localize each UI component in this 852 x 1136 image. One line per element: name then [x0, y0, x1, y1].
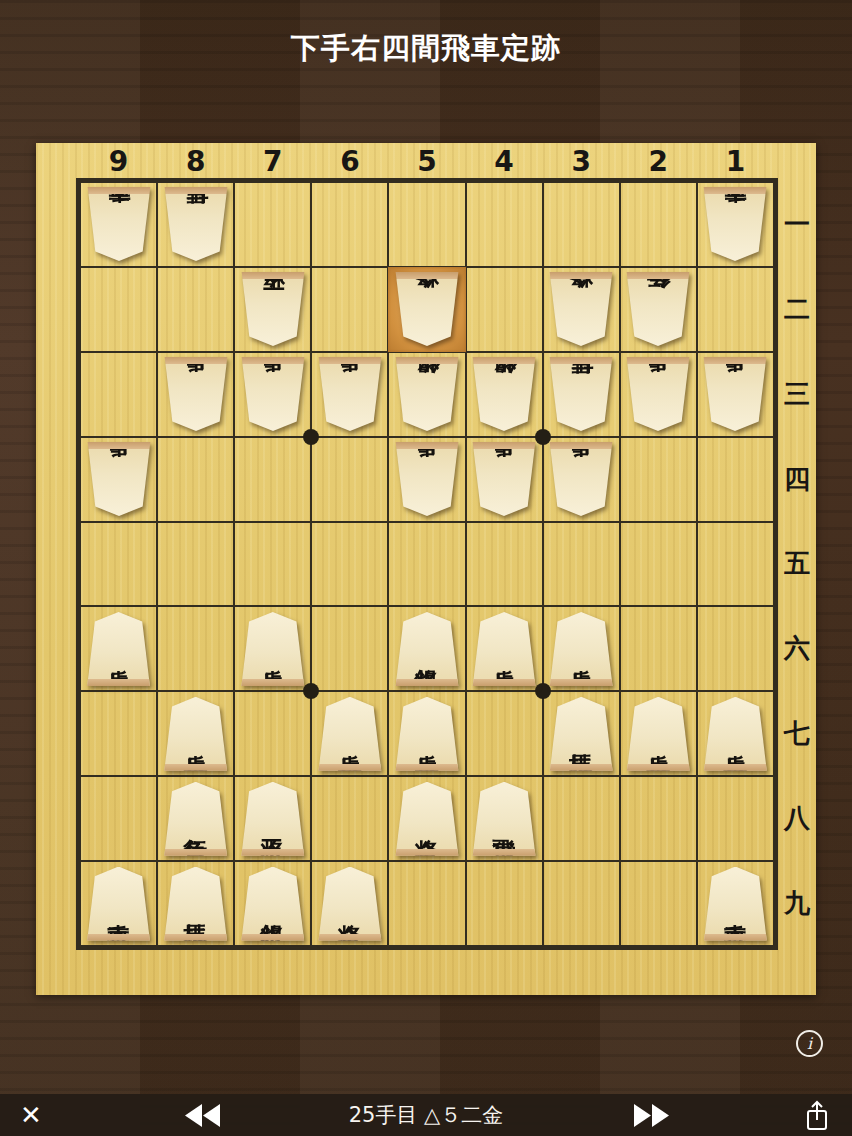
board-square: [80, 606, 157, 691]
rank-label: 六: [780, 606, 814, 691]
file-label: 9: [80, 146, 157, 178]
rank-label: 三: [780, 352, 814, 437]
board-square: [388, 691, 465, 776]
file-label: 6: [311, 146, 388, 178]
board-square: [157, 352, 234, 437]
board-square: [157, 437, 234, 522]
board-square: [466, 437, 543, 522]
board-square: [80, 522, 157, 607]
board-square: [388, 267, 465, 352]
board-square: [234, 776, 311, 861]
board-square: [466, 522, 543, 607]
board-square: [543, 861, 620, 946]
board-square: [620, 522, 697, 607]
board-square: [311, 352, 388, 437]
board-square: [234, 606, 311, 691]
board-square: [234, 267, 311, 352]
rank-label: 七: [780, 691, 814, 776]
board-square: [80, 267, 157, 352]
board-square: [157, 182, 234, 267]
board-square: [80, 776, 157, 861]
board-square: [388, 352, 465, 437]
board-square: [697, 437, 774, 522]
board-square: [620, 437, 697, 522]
file-label: 4: [466, 146, 543, 178]
board-square: [543, 606, 620, 691]
fast-forward-icon: [634, 1104, 651, 1127]
board-square: [234, 437, 311, 522]
board-square: [80, 352, 157, 437]
board-square: [697, 861, 774, 946]
info-button[interactable]: i: [796, 1030, 823, 1057]
move-status: 25手目 △５二金: [0, 1094, 852, 1136]
board-square: [543, 352, 620, 437]
board-square: [620, 267, 697, 352]
info-icon: i: [807, 1036, 812, 1052]
file-label: 8: [157, 146, 234, 178]
board-square: [388, 606, 465, 691]
rank-label: 二: [780, 267, 814, 352]
board-square: [697, 522, 774, 607]
file-labels: 987654321: [80, 146, 774, 178]
board-square: [543, 182, 620, 267]
board-square: [388, 182, 465, 267]
board-square: [697, 182, 774, 267]
shogi-board: 987654321 一二三四五六七八九 香車桂馬香車王将金将金将角行歩兵歩兵歩兵…: [36, 143, 816, 995]
board-square: [80, 182, 157, 267]
board-square: [234, 352, 311, 437]
board-square: [620, 861, 697, 946]
board-square: [157, 861, 234, 946]
file-label: 5: [388, 146, 465, 178]
board-square: [466, 691, 543, 776]
board-square: [697, 691, 774, 776]
rank-labels: 一二三四五六七八九: [780, 182, 814, 946]
board-square: [697, 776, 774, 861]
board-square: [543, 522, 620, 607]
board-square: [466, 267, 543, 352]
board-square: [388, 861, 465, 946]
file-label: 7: [234, 146, 311, 178]
board-square: [234, 182, 311, 267]
board-square: [80, 691, 157, 776]
board-square: [388, 437, 465, 522]
board-square: [388, 776, 465, 861]
board-square: [311, 861, 388, 946]
board-square: [543, 267, 620, 352]
board-square: [620, 691, 697, 776]
board-square: [80, 861, 157, 946]
board-square: [697, 352, 774, 437]
board-square: [466, 182, 543, 267]
page-title: 下手右四間飛車定跡: [0, 30, 852, 66]
board-square: [234, 522, 311, 607]
board-square: [466, 776, 543, 861]
board-square: [620, 352, 697, 437]
rank-label: 五: [780, 522, 814, 607]
board-grid: [76, 178, 778, 950]
bottom-toolbar: ✕ 25手目 △５二金: [0, 1094, 852, 1136]
board-square: [157, 606, 234, 691]
board-square: [620, 776, 697, 861]
rank-label: 八: [780, 776, 814, 861]
rank-label: 一: [780, 182, 814, 267]
rank-label: 九: [780, 861, 814, 946]
board-square: [697, 606, 774, 691]
board-square: [466, 352, 543, 437]
board-square: [234, 861, 311, 946]
board-square: [620, 182, 697, 267]
share-button[interactable]: [804, 1099, 830, 1132]
board-square: [311, 691, 388, 776]
board-square: [311, 776, 388, 861]
rank-label: 四: [780, 437, 814, 522]
file-label: 1: [697, 146, 774, 178]
board-square: [543, 776, 620, 861]
board-square: [80, 437, 157, 522]
board-square: [311, 267, 388, 352]
board-square: [466, 861, 543, 946]
board-square: [311, 437, 388, 522]
board-square: [543, 691, 620, 776]
board-square: [466, 606, 543, 691]
board-square: [157, 267, 234, 352]
board-square: [620, 606, 697, 691]
board-square: [311, 522, 388, 607]
board-square: [234, 691, 311, 776]
board-square: [697, 267, 774, 352]
board-square: [311, 606, 388, 691]
board-square: [543, 437, 620, 522]
board-square: [157, 691, 234, 776]
share-icon: [808, 1102, 826, 1129]
board-square: [388, 522, 465, 607]
board-square: [311, 182, 388, 267]
board-square: [157, 776, 234, 861]
file-label: 3: [543, 146, 620, 178]
board-square: [157, 522, 234, 607]
file-label: 2: [620, 146, 697, 178]
fast-forward-button[interactable]: [633, 1103, 671, 1128]
